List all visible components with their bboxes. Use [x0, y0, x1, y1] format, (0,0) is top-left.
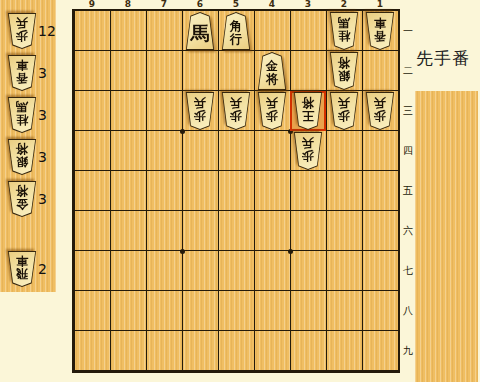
rank-label-5: 五 — [401, 185, 415, 197]
hand-count-pawn: 12 — [38, 22, 58, 40]
board-piece-pawn-13[interactable]: 歩兵 — [365, 92, 395, 130]
piece-kanji: 馬 — [185, 12, 215, 50]
piece-kanji: 歩兵 — [257, 92, 287, 130]
piece-kanji: 金将 — [257, 52, 287, 90]
rank-label-9: 九 — [401, 345, 415, 357]
turn-indicator: 先手番 — [416, 48, 476, 68]
file-label-1: 1 — [374, 0, 386, 9]
file-label-6: 6 — [194, 0, 206, 9]
board-piece-pawn-63[interactable]: 歩兵 — [185, 92, 215, 130]
hand-count-knight: 3 — [38, 106, 58, 124]
hand-piece-lance[interactable]: 香車 — [7, 55, 37, 91]
board-piece-pawn-34[interactable]: 歩兵 — [293, 132, 323, 170]
hand-piece-pawn[interactable]: 歩兵 — [7, 13, 37, 49]
board-piece-pawn-43[interactable]: 歩兵 — [257, 92, 287, 130]
sente-hand-stand — [415, 91, 478, 382]
board-piece-silver-22[interactable]: 銀将 — [329, 52, 359, 90]
piece-kanji: 王将 — [293, 92, 323, 130]
board-piece-king-33[interactable]: 王将 — [293, 92, 323, 130]
file-label-8: 8 — [122, 0, 134, 9]
star-point — [180, 249, 185, 254]
rank-label-7: 七 — [401, 265, 415, 277]
piece-kanji: 歩兵 — [221, 92, 251, 130]
piece-kanji: 歩兵 — [185, 92, 215, 130]
piece-kanji: 歩兵 — [293, 132, 323, 170]
piece-kanji: 桂馬 — [7, 97, 37, 133]
piece-kanji: 飛車 — [7, 251, 37, 287]
hand-count-silver: 3 — [38, 148, 58, 166]
file-label-2: 2 — [338, 0, 350, 9]
rank-label-1: 一 — [401, 25, 415, 37]
rank-label-8: 八 — [401, 305, 415, 317]
board-piece-gold-42[interactable]: 金将 — [257, 52, 287, 90]
hand-piece-rook[interactable]: 飛車 — [7, 251, 37, 287]
file-label-9: 9 — [86, 0, 98, 9]
file-label-3: 3 — [302, 0, 314, 9]
piece-kanji: 角行 — [221, 12, 251, 50]
hand-count-gold: 3 — [38, 190, 58, 208]
board-piece-bishop-51[interactable]: 角行 — [221, 12, 251, 50]
board-piece-promoted-bishop-61[interactable]: 馬 — [185, 12, 215, 50]
hand-count-lance: 3 — [38, 64, 58, 82]
piece-kanji: 歩兵 — [329, 92, 359, 130]
piece-kanji: 歩兵 — [7, 13, 37, 49]
piece-kanji: 香車 — [7, 55, 37, 91]
piece-kanji: 香車 — [365, 12, 395, 50]
hand-piece-silver[interactable]: 銀将 — [7, 139, 37, 175]
hand-piece-gold[interactable]: 金将 — [7, 181, 37, 217]
rank-label-3: 三 — [401, 105, 415, 117]
piece-kanji: 歩兵 — [365, 92, 395, 130]
file-label-7: 7 — [158, 0, 170, 9]
piece-kanji: 銀将 — [329, 52, 359, 90]
rank-label-6: 六 — [401, 225, 415, 237]
board-piece-pawn-23[interactable]: 歩兵 — [329, 92, 359, 130]
board-piece-lance-11[interactable]: 香車 — [365, 12, 395, 50]
hand-piece-knight[interactable]: 桂馬 — [7, 97, 37, 133]
piece-kanji: 金将 — [7, 181, 37, 217]
rank-label-4: 四 — [401, 145, 415, 157]
rank-label-2: 二 — [401, 65, 415, 77]
piece-kanji: 桂馬 — [329, 12, 359, 50]
hand-count-rook: 2 — [38, 260, 58, 278]
board-piece-knight-21[interactable]: 桂馬 — [329, 12, 359, 50]
file-label-5: 5 — [230, 0, 242, 9]
board-piece-pawn-53[interactable]: 歩兵 — [221, 92, 251, 130]
star-point — [288, 249, 293, 254]
piece-kanji: 銀将 — [7, 139, 37, 175]
file-label-4: 4 — [266, 0, 278, 9]
